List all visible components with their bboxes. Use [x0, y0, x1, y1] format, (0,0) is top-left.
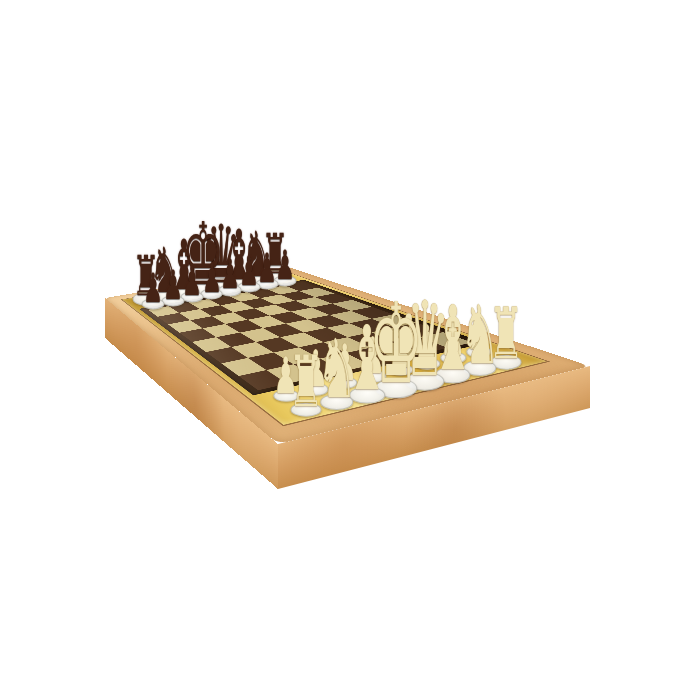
chess-set-photo: ♜♞♝♚♛♝♞♜♟♟♟♟♟♟♟♟♟♟♟♟♟♟♟♟♜♞♝♚♛♝♞♜	[0, 0, 700, 700]
